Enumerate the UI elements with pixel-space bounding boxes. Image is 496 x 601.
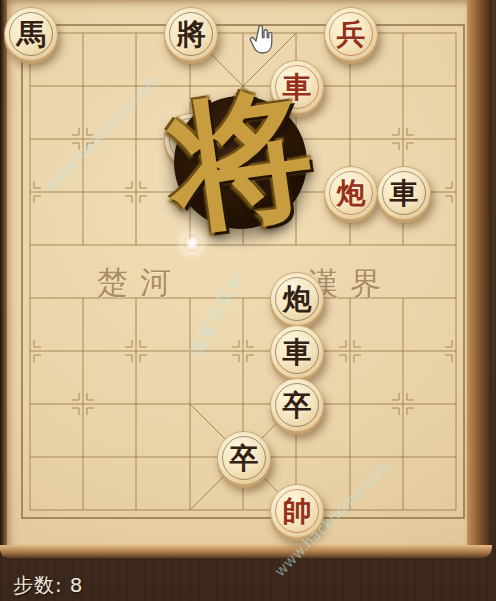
check-banner-text: 将 — [160, 78, 320, 238]
piece-glyph: 炮 — [337, 179, 366, 208]
piece-red-general[interactable]: 帥 — [270, 484, 324, 538]
piece-glyph: 將 — [177, 20, 206, 49]
step-counter-value: 8 — [70, 573, 84, 597]
piece-black-general[interactable]: 將 — [164, 7, 218, 61]
step-counter-label: 步数: — [13, 573, 63, 597]
piece-glyph: 炮 — [283, 285, 312, 314]
piece-black-chariot[interactable]: 車 — [270, 325, 324, 379]
piece-glyph: 卒 — [283, 391, 312, 420]
check-banner: 将 — [174, 96, 307, 229]
piece-black-horse[interactable]: 馬 — [4, 7, 58, 61]
piece-glyph: 車 — [283, 338, 312, 367]
hand-cursor-icon — [248, 24, 276, 56]
piece-black-pawn[interactable]: 卒 — [270, 378, 324, 432]
piece-glyph: 卒 — [230, 444, 259, 473]
piece-black-pawn[interactable]: 卒 — [217, 431, 271, 485]
piece-black-chariot[interactable]: 車 — [377, 166, 431, 220]
river-label-left: 楚河 — [97, 262, 183, 304]
piece-red-pawn[interactable]: 兵 — [324, 7, 378, 61]
piece-glyph: 兵 — [337, 20, 366, 49]
piece-glyph: 馬 — [17, 20, 46, 49]
step-counter: 步数:8 — [13, 572, 83, 599]
piece-black-cannon[interactable]: 炮 — [270, 272, 324, 326]
piece-glyph: 帥 — [283, 497, 312, 526]
piece-red-cannon[interactable]: 炮 — [324, 166, 378, 220]
piece-glyph: 車 — [390, 179, 419, 208]
game-screen: 楚河 漢界 馬將兵車炮炮車炮車卒卒帥 将 www.hackhome.com 嗨客… — [0, 0, 496, 601]
